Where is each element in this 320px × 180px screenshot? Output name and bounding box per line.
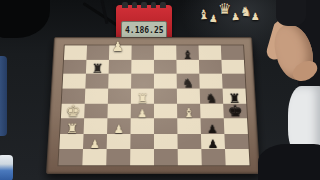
square-a7[interactable] [63,60,86,74]
square-c5[interactable] [108,88,131,103]
square-c6[interactable] [108,74,131,89]
right-player-cuff [276,0,306,26]
square-d7[interactable] [131,60,154,74]
board-frame: ♝♜♞♜♞♜♚♟♝♚♜♟♟♟♟ [46,37,260,174]
bottle [0,155,13,180]
clock-time-right: 6.25 [144,26,163,35]
square-e7[interactable] [154,60,177,74]
black-knight-f6[interactable]: ♞ [177,77,200,89]
right-player-sleeve [258,144,320,180]
white-pawn-c3[interactable]: ♟ [107,124,131,135]
square-a8[interactable] [64,45,87,59]
square-b7[interactable]: ♜ [86,60,109,74]
square-c7[interactable] [109,60,132,74]
square-d8[interactable] [131,45,153,59]
captured-white-pawn: ♟ [209,14,218,24]
square-c1[interactable] [106,149,130,165]
square-g2[interactable]: ♟ [201,134,225,150]
square-c2[interactable] [107,134,131,150]
clock-cable-2 [101,0,109,24]
square-d3[interactable] [131,118,154,133]
captured-pawn-near-clock: ♟ [112,40,124,53]
square-f4[interactable]: ♝ [177,103,200,118]
white-bishop-f4[interactable]: ♝ [177,107,200,120]
square-b5[interactable] [85,88,108,103]
square-g7[interactable] [199,60,222,74]
chair-edge [0,56,7,136]
square-g3[interactable]: ♟ [201,118,225,133]
square-g1[interactable] [201,149,225,165]
square-c3[interactable]: ♟ [107,118,131,133]
square-a3[interactable]: ♜ [60,118,84,133]
square-h4[interactable]: ♚ [223,103,247,118]
square-e6[interactable] [154,74,177,89]
broadcast-frame: 4.18 6.25 ♟ ♝♟♛♟♞♟ ♝♜♞♜♞♜♚♟♝♚♜♟♟♟♟ [0,0,320,180]
square-h3[interactable] [224,118,248,133]
square-a6[interactable] [62,74,85,89]
square-d2[interactable] [130,134,154,150]
square-g8[interactable] [199,45,222,59]
square-b4[interactable] [84,103,108,118]
clock-buttons[interactable] [122,2,166,8]
black-rook-b7[interactable]: ♜ [86,63,109,75]
square-h8[interactable] [221,45,244,59]
square-f1[interactable] [178,149,202,165]
square-b6[interactable] [85,74,108,89]
square-b8[interactable] [86,45,109,59]
square-a1[interactable] [58,149,83,165]
square-d4[interactable]: ♟ [131,103,154,118]
white-pawn-b2[interactable]: ♟ [83,139,107,150]
square-d1[interactable] [130,149,154,165]
black-knight-g5[interactable]: ♞ [200,92,223,105]
square-e8[interactable] [154,45,176,59]
square-d5[interactable]: ♜ [131,88,154,103]
square-f5[interactable] [177,88,200,103]
square-a4[interactable]: ♚ [61,103,85,118]
square-e3[interactable] [154,118,177,133]
black-bishop-f8[interactable]: ♝ [176,48,199,60]
black-pawn-g3[interactable]: ♟ [201,124,225,135]
black-pawn-g2[interactable]: ♟ [201,139,225,150]
square-f8[interactable]: ♝ [176,45,199,59]
square-h1[interactable] [225,149,250,165]
square-e5[interactable] [154,88,177,103]
square-c4[interactable] [107,103,130,118]
square-b3[interactable] [84,118,108,133]
board-grid: ♝♜♞♜♞♜♚♟♝♚♜♟♟♟♟ [57,45,250,167]
square-h7[interactable] [221,60,244,74]
square-d6[interactable] [131,74,154,89]
square-g5[interactable]: ♞ [200,88,223,103]
chess-board: ♝♜♞♜♞♜♚♟♝♚♜♟♟♟♟ [46,37,260,174]
square-h6[interactable] [222,74,245,89]
white-king-a4[interactable]: ♚ [61,104,85,119]
square-e1[interactable] [154,149,178,165]
captured-white-queen: ♛ [218,2,231,17]
black-king-h4[interactable]: ♚ [223,104,247,119]
white-rook-d5[interactable]: ♜ [131,92,154,105]
square-f6[interactable]: ♞ [177,74,200,89]
captured-white-pawn: ♟ [251,12,260,22]
clock-time-left: 4.18 [125,26,144,35]
square-g4[interactable] [200,103,224,118]
square-g6[interactable] [199,74,222,89]
white-rook-a3[interactable]: ♜ [60,122,84,135]
square-f3[interactable] [177,118,201,133]
left-player-arm [0,0,50,38]
square-e4[interactable] [154,103,177,118]
square-a2[interactable] [59,134,83,150]
square-h2[interactable] [224,134,248,150]
square-b1[interactable] [82,149,106,165]
square-b2[interactable]: ♟ [83,134,107,150]
white-pawn-d4[interactable]: ♟ [131,108,154,119]
square-e2[interactable] [154,134,178,150]
square-f2[interactable] [177,134,201,150]
square-f7[interactable] [176,60,199,74]
